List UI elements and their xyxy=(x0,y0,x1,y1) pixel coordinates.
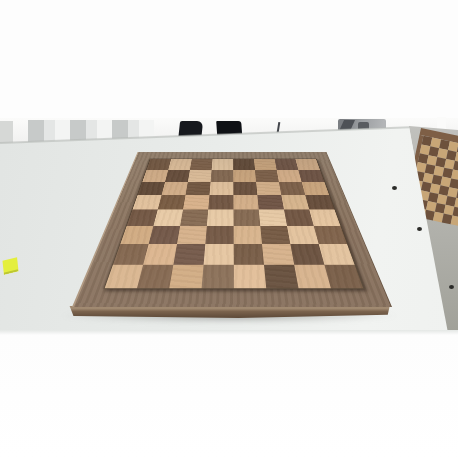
board-square xyxy=(314,226,347,244)
board-square xyxy=(233,209,260,225)
board-square xyxy=(207,209,234,225)
board-square xyxy=(183,195,209,210)
board-square xyxy=(233,159,255,170)
board-square xyxy=(254,159,277,170)
board-square xyxy=(234,244,264,265)
board-square xyxy=(212,159,234,170)
board-square xyxy=(169,265,203,289)
board-square xyxy=(177,226,207,244)
board-square xyxy=(173,244,205,265)
board-square xyxy=(180,209,208,225)
board-square xyxy=(233,170,256,182)
board-square xyxy=(208,195,233,210)
board-square xyxy=(234,226,262,244)
board-square xyxy=(305,195,334,210)
board-square xyxy=(275,159,299,170)
board-square xyxy=(202,265,234,289)
board-square xyxy=(186,182,211,195)
board-square xyxy=(309,209,340,225)
board-square xyxy=(255,170,279,182)
board-square xyxy=(298,170,324,182)
board-square xyxy=(149,226,181,244)
board-square xyxy=(209,182,233,195)
board-square xyxy=(168,159,192,170)
table-screw-speck xyxy=(392,186,397,190)
table-screw-speck xyxy=(449,285,454,289)
board-square xyxy=(264,265,299,289)
board-square xyxy=(188,170,212,182)
board-square xyxy=(153,209,183,225)
board-square xyxy=(260,226,290,244)
board-square xyxy=(262,244,294,265)
board-square xyxy=(295,159,320,170)
board-square xyxy=(165,170,190,182)
board-square xyxy=(234,265,266,289)
scene xyxy=(0,0,458,458)
board-square xyxy=(233,195,258,210)
second-board-square xyxy=(451,215,458,226)
board-square xyxy=(190,159,213,170)
board-square xyxy=(319,244,355,265)
board-square xyxy=(205,226,233,244)
board-square xyxy=(302,182,330,195)
table-front-edge-highlight xyxy=(0,330,458,458)
table-screw-speck xyxy=(417,227,422,231)
board-square xyxy=(162,182,188,195)
wall xyxy=(0,0,458,122)
board-grid xyxy=(103,159,364,289)
board-square xyxy=(256,182,281,195)
board-square xyxy=(137,265,173,289)
board-square xyxy=(324,265,363,289)
board-square xyxy=(259,209,287,225)
board-square xyxy=(211,170,234,182)
board-square xyxy=(158,195,186,210)
board-square xyxy=(233,182,257,195)
board-square xyxy=(204,244,234,265)
board-square xyxy=(257,195,284,210)
board-square xyxy=(143,244,177,265)
